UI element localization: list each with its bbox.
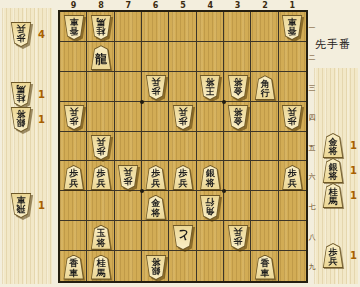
board-cell[interactable] [169, 42, 196, 72]
turn-indicator: 先手番 [315, 37, 360, 52]
shogi-piece[interactable]: 香車 [63, 255, 85, 280]
piece-kanji: 歩兵 [172, 105, 194, 130]
board-cell[interactable] [224, 161, 251, 191]
shogi-piece[interactable]: 歩兵 [172, 165, 194, 190]
board-cell[interactable] [279, 42, 306, 72]
board-cell[interactable] [251, 12, 278, 42]
piece-kanji: 歩兵 [145, 75, 167, 100]
board-cell[interactable] [251, 42, 278, 72]
piece-kanji: 香車 [63, 255, 85, 280]
piece-kanji: 金将 [227, 105, 249, 130]
board-cell[interactable] [115, 251, 142, 281]
board-cell[interactable] [87, 72, 114, 102]
sente-captured-tray: 金将1銀将1桂馬1歩兵1 [314, 68, 358, 284]
file-label: 3 [232, 1, 244, 10]
board-cell[interactable] [279, 132, 306, 162]
shogi-piece[interactable]: 香車 [254, 255, 276, 280]
piece-kanji: 桂馬 [90, 15, 112, 40]
shogi-piece[interactable]: 歩兵 [281, 105, 303, 130]
shogi-piece[interactable]: 龍 [90, 45, 112, 70]
board-cell[interactable] [224, 191, 251, 221]
shogi-piece[interactable]: と [172, 225, 194, 250]
piece-kanji: 歩兵 [10, 22, 32, 47]
piece-kanji: 金将 [322, 133, 344, 158]
piece-kanji: 歩兵 [145, 165, 167, 190]
piece-kanji: 飛車 [10, 193, 32, 218]
shogi-piece[interactable]: 銀将 [199, 165, 221, 190]
piece-kanji: 歩兵 [90, 165, 112, 190]
board-cell[interactable] [60, 132, 87, 162]
piece-kanji: 香車 [281, 15, 303, 40]
hand-count: 1 [38, 200, 45, 211]
board-cell[interactable] [251, 161, 278, 191]
board-cell[interactable] [197, 42, 224, 72]
file-label: 7 [122, 1, 134, 10]
piece-kanji: 龍 [90, 45, 112, 70]
shogi-piece[interactable]: 銀将 [322, 158, 344, 183]
shogi-piece[interactable]: 桂馬 [90, 15, 112, 40]
board-cell[interactable] [87, 102, 114, 132]
star-point [140, 189, 144, 193]
board-cell[interactable] [169, 72, 196, 102]
shogi-piece[interactable]: 飛車 [10, 193, 32, 218]
shogi-piece[interactable]: 歩兵 [10, 22, 32, 47]
shogi-piece[interactable]: 歩兵 [90, 165, 112, 190]
rank-label: 三 [308, 83, 316, 93]
board-cell[interactable] [224, 12, 251, 42]
shogi-piece[interactable]: 桂馬 [90, 255, 112, 280]
rank-label: 四 [308, 113, 316, 123]
board-cell[interactable] [197, 251, 224, 281]
piece-kanji: 歩兵 [281, 165, 303, 190]
board-cell[interactable] [115, 102, 142, 132]
rank-label: 一 [308, 23, 316, 33]
file-label: 5 [177, 1, 189, 10]
rank-label: 七 [308, 202, 316, 212]
board-cell[interactable] [115, 191, 142, 221]
board-cell[interactable] [279, 72, 306, 102]
shogi-piece[interactable]: 歩兵 [145, 165, 167, 190]
file-label: 6 [150, 1, 162, 10]
piece-kanji: 歩兵 [63, 105, 85, 130]
shogi-app: 歩兵4桂馬1銀将1飛車1 金将1銀将1桂馬1歩兵1 先手番 香車桂馬香車龍歩兵王… [0, 0, 360, 287]
piece-kanji: 銀将 [145, 255, 167, 280]
hand-count: 1 [350, 250, 357, 261]
shogi-piece[interactable]: 歩兵 [281, 165, 303, 190]
rank-label: 五 [308, 143, 316, 153]
board-cell[interactable] [197, 132, 224, 162]
shogi-piece[interactable]: 歩兵 [227, 225, 249, 250]
hand-count: 4 [38, 29, 45, 40]
board-cell[interactable] [224, 251, 251, 281]
board-cell[interactable] [251, 221, 278, 251]
piece-kanji: 角行 [199, 195, 221, 220]
piece-kanji: 桂馬 [322, 183, 344, 208]
gote-captured-tray: 歩兵4桂馬1銀将1飛車1 [2, 8, 52, 284]
hand-count: 1 [38, 89, 45, 100]
board-cell[interactable] [60, 72, 87, 102]
board-cell[interactable] [169, 132, 196, 162]
hand-count: 1 [38, 114, 45, 125]
piece-kanji: 銀将 [10, 107, 32, 132]
file-label: 2 [259, 1, 271, 10]
board-cell[interactable] [169, 191, 196, 221]
shogi-piece[interactable]: 歩兵 [322, 243, 344, 268]
piece-kanji: 香車 [254, 255, 276, 280]
shogi-piece[interactable]: 角行 [254, 75, 276, 100]
shogi-piece[interactable]: 歩兵 [117, 165, 139, 190]
piece-kanji: 金将 [227, 75, 249, 100]
shogi-piece[interactable]: 歩兵 [63, 165, 85, 190]
hand-count: 1 [350, 190, 357, 201]
shogi-piece[interactable]: 角行 [199, 195, 221, 220]
piece-kanji: 桂馬 [90, 255, 112, 280]
board-cell[interactable] [60, 191, 87, 221]
rank-label: 二 [308, 53, 316, 63]
board-cell[interactable] [142, 221, 169, 251]
board-cell[interactable] [279, 251, 306, 281]
file-label: 9 [68, 1, 80, 10]
piece-kanji: 歩兵 [117, 165, 139, 190]
piece-kanji: 歩兵 [281, 105, 303, 130]
piece-kanji: 歩兵 [63, 165, 85, 190]
shogi-piece[interactable]: 金将 [227, 105, 249, 130]
board-cell[interactable] [251, 191, 278, 221]
hand-count: 1 [350, 165, 357, 176]
board-cell[interactable] [197, 221, 224, 251]
star-point [140, 100, 144, 104]
board-cell[interactable] [197, 102, 224, 132]
piece-kanji: 玉将 [90, 225, 112, 250]
board-cell[interactable] [142, 102, 169, 132]
board-cell[interactable] [115, 221, 142, 251]
board-cell[interactable] [142, 132, 169, 162]
star-point [222, 189, 226, 193]
board-cell[interactable] [251, 132, 278, 162]
shogi-board: 香車桂馬香車龍歩兵王将金将角行歩兵歩兵金将歩兵歩兵歩兵歩兵歩兵歩兵歩兵銀将歩兵金… [58, 10, 308, 283]
board-cell[interactable] [60, 221, 87, 251]
board-cell[interactable] [197, 12, 224, 42]
piece-kanji: 歩兵 [227, 225, 249, 250]
shogi-piece[interactable]: 銀将 [145, 255, 167, 280]
board-cell[interactable] [169, 251, 196, 281]
board-cell[interactable] [224, 132, 251, 162]
board-cell[interactable] [251, 102, 278, 132]
board-cell[interactable] [279, 191, 306, 221]
board-cell[interactable] [87, 191, 114, 221]
rank-label: 八 [308, 232, 316, 242]
piece-kanji: と [172, 225, 194, 250]
board-cell[interactable] [279, 221, 306, 251]
board-cell[interactable] [142, 42, 169, 72]
board-cell[interactable] [115, 42, 142, 72]
rank-label: 六 [308, 172, 316, 182]
shogi-piece[interactable]: 金将 [227, 75, 249, 100]
shogi-piece[interactable]: 歩兵 [145, 75, 167, 100]
piece-kanji: 王将 [199, 75, 221, 100]
shogi-piece[interactable]: 歩兵 [63, 105, 85, 130]
board-cell[interactable] [224, 42, 251, 72]
file-label: 8 [95, 1, 107, 10]
board-cell[interactable] [169, 12, 196, 42]
star-point [222, 100, 226, 104]
file-label: 4 [204, 1, 216, 10]
rank-label: 九 [308, 262, 316, 272]
piece-kanji: 歩兵 [322, 243, 344, 268]
piece-kanji: 金将 [145, 195, 167, 220]
piece-kanji: 桂馬 [10, 82, 32, 107]
shogi-piece[interactable]: 歩兵 [172, 105, 194, 130]
board-cell[interactable] [115, 72, 142, 102]
board-cell[interactable] [142, 12, 169, 42]
shogi-piece[interactable]: 桂馬 [10, 82, 32, 107]
shogi-piece[interactable]: 桂馬 [322, 183, 344, 208]
board-cell[interactable] [115, 12, 142, 42]
piece-kanji: 歩兵 [90, 135, 112, 160]
file-label: 1 [286, 1, 298, 10]
piece-kanji: 歩兵 [172, 165, 194, 190]
shogi-piece[interactable]: 香車 [281, 15, 303, 40]
shogi-piece[interactable]: 玉将 [90, 225, 112, 250]
piece-kanji: 香車 [63, 15, 85, 40]
board-cell[interactable] [60, 42, 87, 72]
shogi-piece[interactable]: 銀将 [10, 107, 32, 132]
piece-kanji: 角行 [254, 75, 276, 100]
board-cell[interactable] [115, 132, 142, 162]
piece-kanji: 銀将 [322, 158, 344, 183]
shogi-piece[interactable]: 香車 [63, 15, 85, 40]
hand-count: 1 [350, 140, 357, 151]
shogi-piece[interactable]: 王将 [199, 75, 221, 100]
shogi-piece[interactable]: 金将 [322, 133, 344, 158]
shogi-piece[interactable]: 歩兵 [90, 135, 112, 160]
shogi-piece[interactable]: 金将 [145, 195, 167, 220]
piece-kanji: 銀将 [199, 165, 221, 190]
